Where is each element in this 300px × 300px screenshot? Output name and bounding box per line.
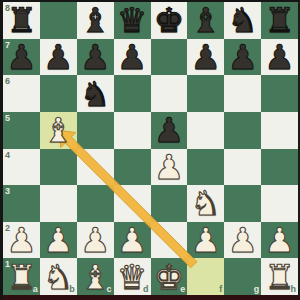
black-pawn[interactable]: ♟	[187, 39, 224, 76]
square-c5[interactable]	[77, 112, 114, 149]
white-pawn[interactable]: ♟	[77, 222, 114, 259]
square-a3[interactable]: 3	[3, 185, 40, 222]
square-d6[interactable]	[114, 75, 151, 112]
black-pawn[interactable]: ♟	[40, 39, 77, 76]
square-b1[interactable]: b♞	[40, 258, 77, 295]
black-pawn[interactable]: ♟	[261, 39, 298, 76]
square-h1[interactable]: h♜	[261, 258, 298, 295]
square-a8[interactable]: 8♜	[3, 2, 40, 39]
square-d7[interactable]: ♟	[114, 39, 151, 76]
square-b8[interactable]	[40, 2, 77, 39]
black-knight[interactable]: ♞	[77, 75, 114, 112]
square-c1[interactable]: c♝	[77, 258, 114, 295]
square-e8[interactable]: ♚	[151, 2, 188, 39]
square-b7[interactable]: ♟	[40, 39, 77, 76]
square-g4[interactable]	[224, 149, 261, 186]
white-pawn[interactable]: ♟	[114, 222, 151, 259]
white-knight[interactable]: ♞	[40, 258, 77, 295]
board-grid: 8♜♝♛♚♝♞♜7♟♟♟♟♟♟♟6♞5♝♟4♟3♞2♟♟♟♟♟♟♟1a♜b♞c♝…	[3, 2, 298, 295]
square-f1[interactable]: f	[187, 258, 224, 295]
black-bishop[interactable]: ♝	[187, 2, 224, 39]
black-bishop[interactable]: ♝	[77, 2, 114, 39]
white-knight[interactable]: ♞	[187, 185, 224, 222]
square-f2[interactable]: ♟	[187, 222, 224, 259]
black-rook[interactable]: ♜	[3, 2, 40, 39]
black-pawn[interactable]: ♟	[3, 39, 40, 76]
square-d1[interactable]: d♛	[114, 258, 151, 295]
square-f4[interactable]	[187, 149, 224, 186]
square-a6[interactable]: 6	[3, 75, 40, 112]
black-pawn[interactable]: ♟	[114, 39, 151, 76]
square-c3[interactable]	[77, 185, 114, 222]
white-rook[interactable]: ♜	[261, 258, 298, 295]
square-d3[interactable]	[114, 185, 151, 222]
square-h5[interactable]	[261, 112, 298, 149]
white-king[interactable]: ♚	[151, 258, 188, 295]
square-g2[interactable]: ♟	[224, 222, 261, 259]
square-e7[interactable]	[151, 39, 188, 76]
black-pawn[interactable]: ♟	[151, 112, 188, 149]
square-h2[interactable]: ♟	[261, 222, 298, 259]
black-pawn[interactable]: ♟	[77, 39, 114, 76]
square-g3[interactable]	[224, 185, 261, 222]
square-a2[interactable]: 2♟	[3, 222, 40, 259]
rank-label-6: 6	[5, 77, 10, 86]
white-bishop[interactable]: ♝	[77, 258, 114, 295]
square-e2[interactable]	[151, 222, 188, 259]
square-g8[interactable]: ♞	[224, 2, 261, 39]
square-d4[interactable]	[114, 149, 151, 186]
black-queen[interactable]: ♛	[114, 2, 151, 39]
square-a1[interactable]: 1a♜	[3, 258, 40, 295]
square-h7[interactable]: ♟	[261, 39, 298, 76]
square-a7[interactable]: 7♟	[3, 39, 40, 76]
square-c8[interactable]: ♝	[77, 2, 114, 39]
square-c6[interactable]: ♞	[77, 75, 114, 112]
white-rook[interactable]: ♜	[3, 258, 40, 295]
white-pawn[interactable]: ♟	[187, 222, 224, 259]
white-queen[interactable]: ♛	[114, 258, 151, 295]
square-g6[interactable]	[224, 75, 261, 112]
black-rook[interactable]: ♜	[261, 2, 298, 39]
square-e3[interactable]	[151, 185, 188, 222]
white-pawn[interactable]: ♟	[261, 222, 298, 259]
file-label-f: f	[219, 285, 222, 294]
square-h8[interactable]: ♜	[261, 2, 298, 39]
square-g5[interactable]	[224, 112, 261, 149]
square-g1[interactable]: g	[224, 258, 261, 295]
square-e6[interactable]	[151, 75, 188, 112]
rank-label-3: 3	[5, 187, 10, 196]
square-e1[interactable]: e♚	[151, 258, 188, 295]
square-f7[interactable]: ♟	[187, 39, 224, 76]
square-b4[interactable]	[40, 149, 77, 186]
rank-label-4: 4	[5, 151, 10, 160]
square-d5[interactable]	[114, 112, 151, 149]
square-f5[interactable]	[187, 112, 224, 149]
square-h3[interactable]	[261, 185, 298, 222]
rank-label-5: 5	[5, 114, 10, 123]
chess-board: 8♜♝♛♚♝♞♜7♟♟♟♟♟♟♟6♞5♝♟4♟3♞2♟♟♟♟♟♟♟1a♜b♞c♝…	[0, 0, 300, 300]
square-e5[interactable]: ♟	[151, 112, 188, 149]
square-g7[interactable]: ♟	[224, 39, 261, 76]
black-knight[interactable]: ♞	[224, 2, 261, 39]
square-b3[interactable]	[40, 185, 77, 222]
white-pawn[interactable]: ♟	[40, 222, 77, 259]
square-d2[interactable]: ♟	[114, 222, 151, 259]
square-b6[interactable]	[40, 75, 77, 112]
square-b2[interactable]: ♟	[40, 222, 77, 259]
square-f6[interactable]	[187, 75, 224, 112]
square-c7[interactable]: ♟	[77, 39, 114, 76]
white-pawn[interactable]: ♟	[151, 149, 188, 186]
white-pawn[interactable]: ♟	[224, 222, 261, 259]
square-h4[interactable]	[261, 149, 298, 186]
square-f3[interactable]: ♞	[187, 185, 224, 222]
square-h6[interactable]	[261, 75, 298, 112]
file-label-g: g	[254, 285, 260, 294]
white-bishop[interactable]: ♝	[40, 112, 77, 149]
square-a5[interactable]: 5	[3, 112, 40, 149]
black-king[interactable]: ♚	[151, 2, 188, 39]
square-e4[interactable]: ♟	[151, 149, 188, 186]
black-pawn[interactable]: ♟	[224, 39, 261, 76]
square-d8[interactable]: ♛	[114, 2, 151, 39]
square-c4[interactable]	[77, 149, 114, 186]
square-a4[interactable]: 4	[3, 149, 40, 186]
square-c2[interactable]: ♟	[77, 222, 114, 259]
square-f8[interactable]: ♝	[187, 2, 224, 39]
white-pawn[interactable]: ♟	[3, 222, 40, 259]
square-b5[interactable]: ♝	[40, 112, 77, 149]
